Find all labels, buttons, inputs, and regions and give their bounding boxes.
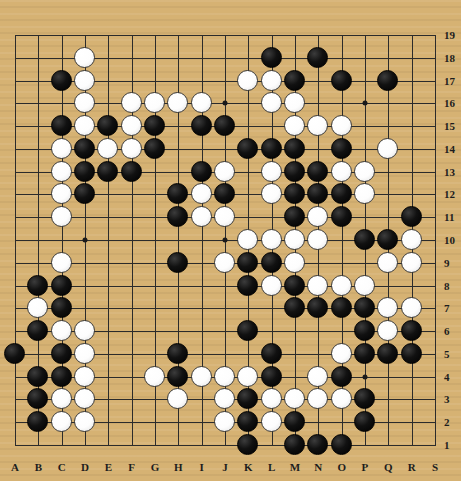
stone-black-J15[interactable] bbox=[214, 115, 235, 136]
row-label-2: 2 bbox=[444, 416, 450, 428]
stone-white-L8[interactable] bbox=[261, 275, 282, 296]
stone-white-P12[interactable] bbox=[354, 183, 375, 204]
stone-black-H9[interactable] bbox=[167, 252, 188, 273]
stone-white-J13[interactable] bbox=[214, 161, 235, 182]
column-label-F: F bbox=[128, 461, 135, 473]
stone-white-I16[interactable] bbox=[191, 92, 212, 113]
stone-black-H4[interactable] bbox=[167, 366, 188, 387]
stone-white-C11[interactable] bbox=[51, 206, 72, 227]
row-label-16: 16 bbox=[444, 97, 455, 109]
stone-black-K9[interactable] bbox=[237, 252, 258, 273]
column-label-O: O bbox=[337, 461, 346, 473]
row-label-3: 3 bbox=[444, 393, 450, 405]
row-label-18: 18 bbox=[444, 52, 455, 64]
row-label-19: 19 bbox=[444, 29, 455, 41]
stone-white-L10[interactable] bbox=[261, 229, 282, 250]
row-label-4: 4 bbox=[444, 371, 450, 383]
stone-white-O13[interactable] bbox=[331, 161, 352, 182]
stone-black-I15[interactable] bbox=[191, 115, 212, 136]
column-label-H: H bbox=[174, 461, 183, 473]
stone-black-Q5[interactable] bbox=[377, 343, 398, 364]
stone-black-D13[interactable] bbox=[74, 161, 95, 182]
stone-white-H3[interactable] bbox=[167, 388, 188, 409]
stone-white-N3[interactable] bbox=[307, 388, 328, 409]
stone-black-H12[interactable] bbox=[167, 183, 188, 204]
stone-white-L12[interactable] bbox=[261, 183, 282, 204]
stone-white-C9[interactable] bbox=[51, 252, 72, 273]
column-label-A: A bbox=[11, 461, 19, 473]
column-label-C: C bbox=[58, 461, 66, 473]
go-board[interactable]: ABCDEFGHIJKLMNOPQRS191817161514131211109… bbox=[0, 0, 461, 481]
stone-black-P5[interactable] bbox=[354, 343, 375, 364]
stone-white-Q14[interactable] bbox=[377, 138, 398, 159]
stone-black-D12[interactable] bbox=[74, 183, 95, 204]
stone-black-O11[interactable] bbox=[331, 206, 352, 227]
row-label-13: 13 bbox=[444, 166, 455, 178]
stone-white-M16[interactable] bbox=[284, 92, 305, 113]
stone-white-H16[interactable] bbox=[167, 92, 188, 113]
stone-white-N4[interactable] bbox=[307, 366, 328, 387]
stone-white-D3[interactable] bbox=[74, 388, 95, 409]
column-label-G: G bbox=[151, 461, 160, 473]
stone-white-P8[interactable] bbox=[354, 275, 375, 296]
stone-white-C14[interactable] bbox=[51, 138, 72, 159]
stone-white-J2[interactable] bbox=[214, 411, 235, 432]
stone-white-Q9[interactable] bbox=[377, 252, 398, 273]
row-label-8: 8 bbox=[444, 280, 450, 292]
stone-white-K4[interactable] bbox=[237, 366, 258, 387]
row-label-15: 15 bbox=[444, 120, 455, 132]
stone-white-J4[interactable] bbox=[214, 366, 235, 387]
stone-black-M17[interactable] bbox=[284, 70, 305, 91]
stone-black-O4[interactable] bbox=[331, 366, 352, 387]
row-label-7: 7 bbox=[444, 302, 450, 314]
stone-black-K1[interactable] bbox=[237, 434, 258, 455]
row-label-1: 1 bbox=[444, 439, 450, 451]
stone-black-G15[interactable] bbox=[144, 115, 165, 136]
stone-white-F16[interactable] bbox=[121, 92, 142, 113]
column-label-Q: Q bbox=[384, 461, 393, 473]
stone-white-I4[interactable] bbox=[191, 366, 212, 387]
stone-white-L13[interactable] bbox=[261, 161, 282, 182]
stone-black-B4[interactable] bbox=[27, 366, 48, 387]
stone-white-Q6[interactable] bbox=[377, 320, 398, 341]
stone-black-C8[interactable] bbox=[51, 275, 72, 296]
stone-white-I11[interactable] bbox=[191, 206, 212, 227]
row-label-5: 5 bbox=[444, 348, 450, 360]
stone-black-L18[interactable] bbox=[261, 47, 282, 68]
stone-white-K10[interactable] bbox=[237, 229, 258, 250]
stone-white-M10[interactable] bbox=[284, 229, 305, 250]
stone-white-O5[interactable] bbox=[331, 343, 352, 364]
row-label-10: 10 bbox=[444, 234, 455, 246]
stone-white-M15[interactable] bbox=[284, 115, 305, 136]
stone-black-A5[interactable] bbox=[4, 343, 25, 364]
stone-black-N13[interactable] bbox=[307, 161, 328, 182]
stone-white-F14[interactable] bbox=[121, 138, 142, 159]
stone-white-R9[interactable] bbox=[401, 252, 422, 273]
stone-white-J9[interactable] bbox=[214, 252, 235, 273]
stone-black-L9[interactable] bbox=[261, 252, 282, 273]
stone-black-Q10[interactable] bbox=[377, 229, 398, 250]
column-label-N: N bbox=[314, 461, 322, 473]
stone-white-L16[interactable] bbox=[261, 92, 282, 113]
stone-black-M13[interactable] bbox=[284, 161, 305, 182]
stone-black-O17[interactable] bbox=[331, 70, 352, 91]
stone-black-P7[interactable] bbox=[354, 297, 375, 318]
stone-black-G14[interactable] bbox=[144, 138, 165, 159]
row-label-12: 12 bbox=[444, 188, 455, 200]
stone-white-R10[interactable] bbox=[401, 229, 422, 250]
stone-white-P13[interactable] bbox=[354, 161, 375, 182]
stone-black-C5[interactable] bbox=[51, 343, 72, 364]
stone-black-E13[interactable] bbox=[97, 161, 118, 182]
stone-black-D14[interactable] bbox=[74, 138, 95, 159]
column-label-B: B bbox=[35, 461, 42, 473]
stone-white-C2[interactable] bbox=[51, 411, 72, 432]
stone-black-O7[interactable] bbox=[331, 297, 352, 318]
stone-black-C7[interactable] bbox=[51, 297, 72, 318]
stone-white-R7[interactable] bbox=[401, 297, 422, 318]
stone-white-D17[interactable] bbox=[74, 70, 95, 91]
column-label-L: L bbox=[268, 461, 275, 473]
stone-white-L17[interactable] bbox=[261, 70, 282, 91]
stone-black-K3[interactable] bbox=[237, 388, 258, 409]
stone-white-N8[interactable] bbox=[307, 275, 328, 296]
column-label-K: K bbox=[244, 461, 253, 473]
stone-white-L2[interactable] bbox=[261, 411, 282, 432]
stone-black-N7[interactable] bbox=[307, 297, 328, 318]
stone-black-B3[interactable] bbox=[27, 388, 48, 409]
stone-white-M3[interactable] bbox=[284, 388, 305, 409]
stone-black-M12[interactable] bbox=[284, 183, 305, 204]
stone-black-O14[interactable] bbox=[331, 138, 352, 159]
stone-black-C17[interactable] bbox=[51, 70, 72, 91]
stone-white-J11[interactable] bbox=[214, 206, 235, 227]
stone-black-H11[interactable] bbox=[167, 206, 188, 227]
stone-white-D4[interactable] bbox=[74, 366, 95, 387]
stone-white-O15[interactable] bbox=[331, 115, 352, 136]
star-point-J16 bbox=[222, 101, 227, 106]
column-label-I: I bbox=[200, 461, 204, 473]
stone-black-B6[interactable] bbox=[27, 320, 48, 341]
row-label-11: 11 bbox=[444, 211, 454, 223]
stone-white-C12[interactable] bbox=[51, 183, 72, 204]
grid-line-vertical bbox=[435, 35, 436, 446]
stone-white-O3[interactable] bbox=[331, 388, 352, 409]
stone-white-C13[interactable] bbox=[51, 161, 72, 182]
column-label-P: P bbox=[362, 461, 369, 473]
column-label-M: M bbox=[290, 461, 300, 473]
row-label-6: 6 bbox=[444, 325, 450, 337]
row-label-17: 17 bbox=[444, 75, 455, 87]
stone-black-C15[interactable] bbox=[51, 115, 72, 136]
stone-black-R5[interactable] bbox=[401, 343, 422, 364]
stone-black-L4[interactable] bbox=[261, 366, 282, 387]
stone-black-N1[interactable] bbox=[307, 434, 328, 455]
star-point-P4 bbox=[362, 374, 367, 379]
stone-black-O12[interactable] bbox=[331, 183, 352, 204]
stone-white-C3[interactable] bbox=[51, 388, 72, 409]
stone-black-R6[interactable] bbox=[401, 320, 422, 341]
stone-white-C6[interactable] bbox=[51, 320, 72, 341]
stone-white-G16[interactable] bbox=[144, 92, 165, 113]
stone-black-K2[interactable] bbox=[237, 411, 258, 432]
column-label-R: R bbox=[408, 461, 416, 473]
stone-white-G4[interactable] bbox=[144, 366, 165, 387]
stone-white-O8[interactable] bbox=[331, 275, 352, 296]
stone-black-Q17[interactable] bbox=[377, 70, 398, 91]
stone-black-P2[interactable] bbox=[354, 411, 375, 432]
stone-black-K6[interactable] bbox=[237, 320, 258, 341]
stone-black-P6[interactable] bbox=[354, 320, 375, 341]
stone-white-J3[interactable] bbox=[214, 388, 235, 409]
stone-white-Q7[interactable] bbox=[377, 297, 398, 318]
stone-white-D6[interactable] bbox=[74, 320, 95, 341]
stone-black-F13[interactable] bbox=[121, 161, 142, 182]
star-point-J10 bbox=[222, 238, 227, 243]
stone-black-B2[interactable] bbox=[27, 411, 48, 432]
stone-white-D2[interactable] bbox=[74, 411, 95, 432]
stone-white-L3[interactable] bbox=[261, 388, 282, 409]
stone-black-M2[interactable] bbox=[284, 411, 305, 432]
stone-black-M1[interactable] bbox=[284, 434, 305, 455]
stone-black-C4[interactable] bbox=[51, 366, 72, 387]
stone-white-D18[interactable] bbox=[74, 47, 95, 68]
stone-black-N12[interactable] bbox=[307, 183, 328, 204]
stone-white-N10[interactable] bbox=[307, 229, 328, 250]
star-point-D10 bbox=[82, 238, 87, 243]
stone-black-M7[interactable] bbox=[284, 297, 305, 318]
stone-black-K8[interactable] bbox=[237, 275, 258, 296]
stone-black-I13[interactable] bbox=[191, 161, 212, 182]
stone-black-M8[interactable] bbox=[284, 275, 305, 296]
stone-white-K17[interactable] bbox=[237, 70, 258, 91]
stone-black-M14[interactable] bbox=[284, 138, 305, 159]
stone-white-B7[interactable] bbox=[27, 297, 48, 318]
row-label-14: 14 bbox=[444, 143, 455, 155]
stone-white-M9[interactable] bbox=[284, 252, 305, 273]
column-label-E: E bbox=[105, 461, 112, 473]
stone-black-P10[interactable] bbox=[354, 229, 375, 250]
stone-black-L14[interactable] bbox=[261, 138, 282, 159]
stone-white-E14[interactable] bbox=[97, 138, 118, 159]
stone-black-N18[interactable] bbox=[307, 47, 328, 68]
stone-black-E15[interactable] bbox=[97, 115, 118, 136]
stone-white-F15[interactable] bbox=[121, 115, 142, 136]
stone-white-N11[interactable] bbox=[307, 206, 328, 227]
stone-black-R11[interactable] bbox=[401, 206, 422, 227]
stone-black-O1[interactable] bbox=[331, 434, 352, 455]
star-point-P16 bbox=[362, 101, 367, 106]
row-label-9: 9 bbox=[444, 257, 450, 269]
stone-white-D15[interactable] bbox=[74, 115, 95, 136]
stone-black-B8[interactable] bbox=[27, 275, 48, 296]
column-label-S: S bbox=[432, 461, 438, 473]
column-label-D: D bbox=[81, 461, 89, 473]
stone-black-J12[interactable] bbox=[214, 183, 235, 204]
grid-line-horizontal bbox=[15, 445, 436, 446]
stone-white-N15[interactable] bbox=[307, 115, 328, 136]
stone-black-H5[interactable] bbox=[167, 343, 188, 364]
stone-white-D16[interactable] bbox=[74, 92, 95, 113]
stone-white-I12[interactable] bbox=[191, 183, 212, 204]
stone-white-D5[interactable] bbox=[74, 343, 95, 364]
stone-black-M11[interactable] bbox=[284, 206, 305, 227]
stone-black-P3[interactable] bbox=[354, 388, 375, 409]
stone-black-K14[interactable] bbox=[237, 138, 258, 159]
column-label-J: J bbox=[222, 461, 228, 473]
stone-black-L5[interactable] bbox=[261, 343, 282, 364]
